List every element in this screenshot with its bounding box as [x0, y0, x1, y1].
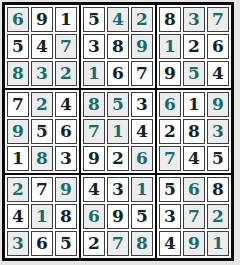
cell-r9c1[interactable]: 3 [7, 231, 29, 256]
box-3: 837126954 [157, 5, 231, 88]
cell-r3c8[interactable]: 5 [183, 61, 205, 86]
cell-r6c8[interactable]: 4 [183, 146, 205, 171]
cell-r4c9[interactable]: 9 [207, 92, 229, 117]
cell-r4c2[interactable]: 2 [31, 92, 53, 117]
cell-r4c3[interactable]: 4 [55, 92, 77, 117]
cell-r3c5[interactable]: 6 [107, 61, 129, 86]
cell-r6c5[interactable]: 2 [107, 146, 129, 171]
cell-r9c6[interactable]: 8 [131, 231, 153, 256]
box-8: 431695278 [81, 175, 155, 258]
cell-r7c4[interactable]: 4 [83, 177, 105, 202]
cell-r2c2[interactable]: 4 [31, 34, 53, 59]
cell-r3c1[interactable]: 8 [7, 61, 29, 86]
cell-r1c7[interactable]: 8 [159, 7, 181, 32]
cell-r5c2[interactable]: 5 [31, 119, 53, 144]
cell-r1c1[interactable]: 6 [7, 7, 29, 32]
cell-r6c6[interactable]: 6 [131, 146, 153, 171]
cell-r8c5[interactable]: 9 [107, 204, 129, 229]
cell-r7c8[interactable]: 6 [183, 177, 205, 202]
cell-r9c9[interactable]: 1 [207, 231, 229, 256]
cell-r8c9[interactable]: 2 [207, 204, 229, 229]
cell-r2c6[interactable]: 9 [131, 34, 153, 59]
sudoku-board-wrapper: 6915478325423891678371269547249561838537… [0, 0, 236, 263]
cell-r3c2[interactable]: 3 [31, 61, 53, 86]
cell-r1c5[interactable]: 4 [107, 7, 129, 32]
cell-r4c7[interactable]: 6 [159, 92, 181, 117]
cell-r6c2[interactable]: 8 [31, 146, 53, 171]
cell-r7c7[interactable]: 5 [159, 177, 181, 202]
box-1: 691547832 [5, 5, 79, 88]
cell-r7c3[interactable]: 9 [55, 177, 77, 202]
cell-r1c3[interactable]: 1 [55, 7, 77, 32]
cell-r3c7[interactable]: 9 [159, 61, 181, 86]
sudoku-board: 6915478325423891678371269547249561838537… [2, 2, 234, 261]
cell-r7c5[interactable]: 3 [107, 177, 129, 202]
cell-r6c9[interactable]: 5 [207, 146, 229, 171]
cell-r7c1[interactable]: 2 [7, 177, 29, 202]
cell-r7c9[interactable]: 8 [207, 177, 229, 202]
cell-r3c9[interactable]: 4 [207, 61, 229, 86]
cell-r2c4[interactable]: 3 [83, 34, 105, 59]
cell-r9c3[interactable]: 5 [55, 231, 77, 256]
cell-r1c4[interactable]: 5 [83, 7, 105, 32]
cell-r8c3[interactable]: 8 [55, 204, 77, 229]
box-9: 568372491 [157, 175, 231, 258]
cell-r5c4[interactable]: 7 [83, 119, 105, 144]
box-4: 724956183 [5, 90, 79, 173]
cell-r1c9[interactable]: 7 [207, 7, 229, 32]
cell-r6c7[interactable]: 7 [159, 146, 181, 171]
cell-r4c1[interactable]: 7 [7, 92, 29, 117]
cell-r4c8[interactable]: 1 [183, 92, 205, 117]
cell-r2c7[interactable]: 1 [159, 34, 181, 59]
cell-r5c5[interactable]: 1 [107, 119, 129, 144]
cell-r9c7[interactable]: 4 [159, 231, 181, 256]
cell-r8c2[interactable]: 1 [31, 204, 53, 229]
cell-r1c2[interactable]: 9 [31, 7, 53, 32]
cell-r5c1[interactable]: 9 [7, 119, 29, 144]
cell-r2c9[interactable]: 6 [207, 34, 229, 59]
cell-r4c6[interactable]: 3 [131, 92, 153, 117]
cell-r9c4[interactable]: 2 [83, 231, 105, 256]
cell-r4c4[interactable]: 8 [83, 92, 105, 117]
cell-r6c1[interactable]: 1 [7, 146, 29, 171]
cell-r2c3[interactable]: 7 [55, 34, 77, 59]
cell-r5c8[interactable]: 8 [183, 119, 205, 144]
cell-r5c6[interactable]: 4 [131, 119, 153, 144]
cell-r3c6[interactable]: 7 [131, 61, 153, 86]
cell-r2c8[interactable]: 2 [183, 34, 205, 59]
cell-r5c7[interactable]: 2 [159, 119, 181, 144]
cell-r3c4[interactable]: 1 [83, 61, 105, 86]
cell-r8c6[interactable]: 5 [131, 204, 153, 229]
cell-r2c5[interactable]: 8 [107, 34, 129, 59]
cell-r6c4[interactable]: 9 [83, 146, 105, 171]
box-2: 542389167 [81, 5, 155, 88]
cell-r3c3[interactable]: 2 [55, 61, 77, 86]
cell-r9c8[interactable]: 9 [183, 231, 205, 256]
cell-r9c5[interactable]: 7 [107, 231, 129, 256]
cell-r8c7[interactable]: 3 [159, 204, 181, 229]
cell-r7c2[interactable]: 7 [31, 177, 53, 202]
cell-r8c8[interactable]: 7 [183, 204, 205, 229]
cell-r1c6[interactable]: 2 [131, 7, 153, 32]
cell-r1c8[interactable]: 3 [183, 7, 205, 32]
cell-r4c5[interactable]: 5 [107, 92, 129, 117]
box-6: 619283745 [157, 90, 231, 173]
cell-r5c9[interactable]: 3 [207, 119, 229, 144]
cell-r7c6[interactable]: 1 [131, 177, 153, 202]
cell-r9c2[interactable]: 6 [31, 231, 53, 256]
box-7: 279418365 [5, 175, 79, 258]
cell-r5c3[interactable]: 6 [55, 119, 77, 144]
cell-r8c4[interactable]: 6 [83, 204, 105, 229]
cell-r6c3[interactable]: 3 [55, 146, 77, 171]
cell-r8c1[interactable]: 4 [7, 204, 29, 229]
cell-r2c1[interactable]: 5 [7, 34, 29, 59]
box-5: 853714926 [81, 90, 155, 173]
